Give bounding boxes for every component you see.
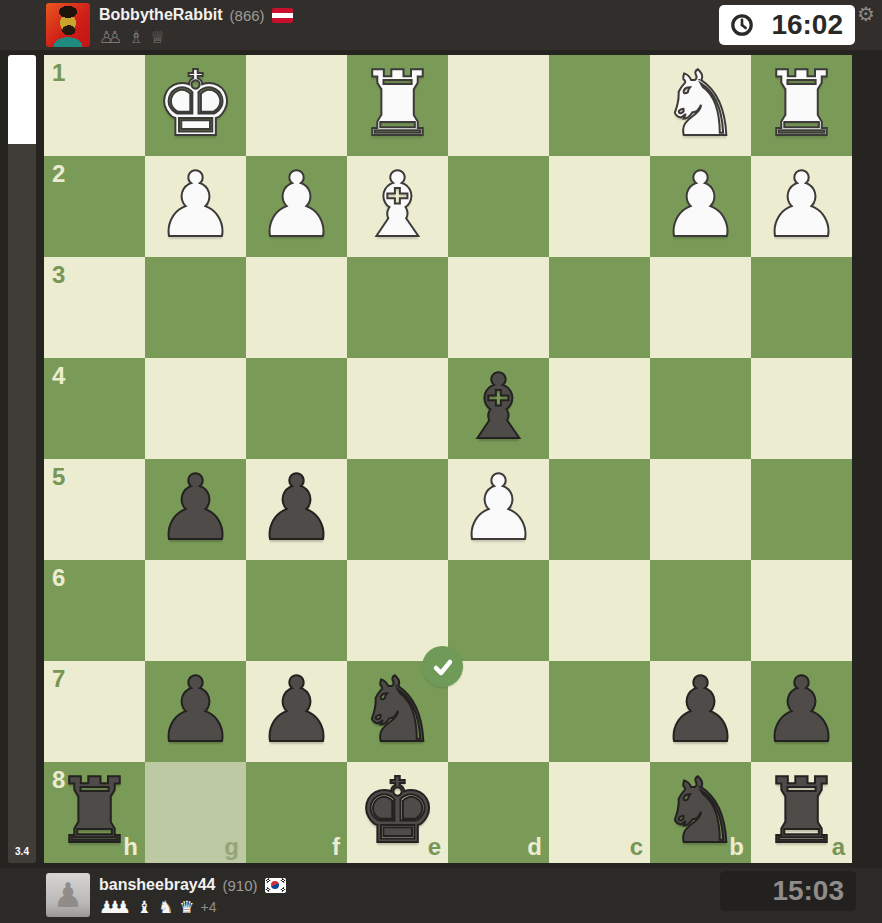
evaluation-bar: 3.4 bbox=[8, 55, 36, 863]
white-pawn[interactable]: ♟ bbox=[448, 459, 549, 560]
square-f6[interactable] bbox=[246, 560, 347, 661]
austria-flag-icon bbox=[272, 8, 293, 23]
white-pawn[interactable]: ♟ bbox=[145, 156, 246, 257]
square-f7[interactable]: ♟ bbox=[246, 661, 347, 762]
square-a1[interactable]: ♜ bbox=[751, 55, 852, 156]
captured-piece-icon: ♕ bbox=[150, 27, 165, 47]
square-g8[interactable]: g bbox=[145, 762, 246, 863]
bottom-player-bar: ♟ bansheebray44 (910) ♟♟♟♝♞♛+4 15:03 bbox=[0, 868, 882, 923]
square-d8[interactable]: d bbox=[448, 762, 549, 863]
rank-label-7: 7 bbox=[52, 667, 65, 691]
square-c7[interactable] bbox=[549, 661, 650, 762]
square-h8[interactable]: 8h♜ bbox=[44, 762, 145, 863]
square-f8[interactable]: f bbox=[246, 762, 347, 863]
top-player-name[interactable]: BobbytheRabbit bbox=[99, 6, 223, 24]
square-b6[interactable] bbox=[650, 560, 751, 661]
square-h4[interactable]: 4 bbox=[44, 358, 145, 459]
square-c4[interactable] bbox=[549, 358, 650, 459]
captured-piece-icon: ♛ bbox=[179, 897, 194, 917]
top-clock-time: 16:02 bbox=[771, 9, 843, 41]
square-a3[interactable] bbox=[751, 257, 852, 358]
white-knight[interactable]: ♞ bbox=[650, 55, 751, 156]
rank-label-5: 5 bbox=[52, 465, 65, 489]
square-h5[interactable]: 5 bbox=[44, 459, 145, 560]
square-g3[interactable] bbox=[145, 257, 246, 358]
chess-board: 1♚♜♞♜2♟♟♝♟♟34♝5♟♟♟67♟♟♞♟♟8h♜gfe♚dcb♞a♜ bbox=[44, 55, 852, 863]
square-b3[interactable] bbox=[650, 257, 751, 358]
square-c3[interactable] bbox=[549, 257, 650, 358]
square-e5[interactable] bbox=[347, 459, 448, 560]
eval-white-portion bbox=[8, 55, 36, 144]
square-h3[interactable]: 3 bbox=[44, 257, 145, 358]
file-label-g: g bbox=[224, 835, 239, 859]
square-a5[interactable] bbox=[751, 459, 852, 560]
square-d1[interactable] bbox=[448, 55, 549, 156]
black-rook[interactable]: ♜ bbox=[751, 762, 852, 863]
square-d6[interactable] bbox=[448, 560, 549, 661]
square-d2[interactable] bbox=[448, 156, 549, 257]
square-e6[interactable] bbox=[347, 560, 448, 661]
black-knight[interactable]: ♞ bbox=[650, 762, 751, 863]
square-c2[interactable] bbox=[549, 156, 650, 257]
board-area: 1♚♜♞♜2♟♟♝♟♟34♝5♟♟♟67♟♟♞♟♟8h♜gfe♚dcb♞a♜ bbox=[44, 55, 852, 863]
square-f5[interactable]: ♟ bbox=[246, 459, 347, 560]
eval-score: 3.4 bbox=[8, 846, 36, 857]
captured-piece-icon: ♙♙ bbox=[99, 27, 122, 47]
bottom-player-clock: 15:03 bbox=[720, 871, 856, 911]
rank-label-3: 3 bbox=[52, 263, 65, 287]
square-b7[interactable]: ♟ bbox=[650, 661, 751, 762]
square-b5[interactable] bbox=[650, 459, 751, 560]
rank-label-6: 6 bbox=[52, 566, 65, 590]
black-king[interactable]: ♚ bbox=[347, 762, 448, 863]
white-rook[interactable]: ♜ bbox=[347, 55, 448, 156]
black-pawn[interactable]: ♟ bbox=[145, 661, 246, 762]
material-advantage: +4 bbox=[200, 899, 216, 915]
white-pawn[interactable]: ♟ bbox=[246, 156, 347, 257]
bottom-player-rating: (910) bbox=[223, 877, 258, 894]
square-h1[interactable]: 1 bbox=[44, 55, 145, 156]
square-a6[interactable] bbox=[751, 560, 852, 661]
top-player-bar: BobbytheRabbit (866) ♙♙♗♕ 16:02 ⚙ bbox=[0, 0, 882, 50]
square-b8[interactable]: b♞ bbox=[650, 762, 751, 863]
square-b2[interactable]: ♟ bbox=[650, 156, 751, 257]
square-g1[interactable]: ♚ bbox=[145, 55, 246, 156]
square-a2[interactable]: ♟ bbox=[751, 156, 852, 257]
black-bishop[interactable]: ♝ bbox=[448, 358, 549, 459]
white-king[interactable]: ♚ bbox=[145, 55, 246, 156]
square-e1[interactable]: ♜ bbox=[347, 55, 448, 156]
captured-piece-icon: ♝ bbox=[137, 897, 152, 917]
white-pawn[interactable]: ♟ bbox=[751, 156, 852, 257]
top-player-captured-pieces: ♙♙♗♕ bbox=[99, 27, 293, 47]
white-pawn[interactable]: ♟ bbox=[650, 156, 751, 257]
square-b4[interactable] bbox=[650, 358, 751, 459]
square-e3[interactable] bbox=[347, 257, 448, 358]
checkmark-icon bbox=[431, 655, 455, 679]
black-pawn[interactable]: ♟ bbox=[246, 661, 347, 762]
captured-piece-icon: ♟♟♟ bbox=[99, 897, 131, 917]
top-player-avatar[interactable] bbox=[46, 3, 90, 47]
square-h2[interactable]: 2 bbox=[44, 156, 145, 257]
square-e2[interactable]: ♝ bbox=[347, 156, 448, 257]
square-h7[interactable]: 7 bbox=[44, 661, 145, 762]
move-confirmed-check-badge bbox=[422, 646, 463, 687]
square-c8[interactable]: c bbox=[549, 762, 650, 863]
square-g2[interactable]: ♟ bbox=[145, 156, 246, 257]
rank-label-2: 2 bbox=[52, 162, 65, 186]
square-d7[interactable] bbox=[448, 661, 549, 762]
square-a7[interactable]: ♟ bbox=[751, 661, 852, 762]
top-player-rating: (866) bbox=[230, 7, 265, 24]
square-a4[interactable] bbox=[751, 358, 852, 459]
black-pawn[interactable]: ♟ bbox=[650, 661, 751, 762]
file-label-d: d bbox=[527, 835, 542, 859]
square-e4[interactable] bbox=[347, 358, 448, 459]
square-a8[interactable]: a♜ bbox=[751, 762, 852, 863]
white-bishop[interactable]: ♝ bbox=[347, 156, 448, 257]
chess-game-screen: BobbytheRabbit (866) ♙♙♗♕ 16:02 ⚙ 3.4 1♚… bbox=[0, 0, 882, 923]
square-g4[interactable] bbox=[145, 358, 246, 459]
clock-icon bbox=[729, 12, 755, 38]
square-g7[interactable]: ♟ bbox=[145, 661, 246, 762]
square-c5[interactable] bbox=[549, 459, 650, 560]
square-c6[interactable] bbox=[549, 560, 650, 661]
south-korea-flag-icon bbox=[265, 878, 286, 893]
white-rook[interactable]: ♜ bbox=[751, 55, 852, 156]
black-pawn[interactable]: ♟ bbox=[751, 661, 852, 762]
bottom-clock-time: 15:03 bbox=[772, 875, 844, 907]
black-rook[interactable]: ♜ bbox=[44, 762, 145, 863]
square-d4[interactable]: ♝ bbox=[448, 358, 549, 459]
bottom-player-captured-pieces: ♟♟♟♝♞♛+4 bbox=[99, 897, 286, 917]
square-h6[interactable]: 6 bbox=[44, 560, 145, 661]
bottom-player-avatar[interactable]: ♟ bbox=[46, 873, 90, 917]
default-pawn-avatar-icon: ♟ bbox=[53, 873, 83, 917]
file-label-f: f bbox=[332, 835, 340, 859]
top-player-clock: 16:02 bbox=[719, 5, 855, 45]
captured-piece-icon: ♗ bbox=[128, 27, 143, 47]
square-e8[interactable]: e♚ bbox=[347, 762, 448, 863]
square-f4[interactable] bbox=[246, 358, 347, 459]
captured-piece-icon: ♞ bbox=[158, 897, 173, 917]
black-pawn[interactable]: ♟ bbox=[246, 459, 347, 560]
rank-label-1: 1 bbox=[52, 61, 65, 85]
square-f2[interactable]: ♟ bbox=[246, 156, 347, 257]
square-f3[interactable] bbox=[246, 257, 347, 358]
settings-gear-icon[interactable]: ⚙ bbox=[854, 2, 878, 26]
black-pawn[interactable]: ♟ bbox=[145, 459, 246, 560]
square-b1[interactable]: ♞ bbox=[650, 55, 751, 156]
file-label-c: c bbox=[630, 835, 643, 859]
square-c1[interactable] bbox=[549, 55, 650, 156]
square-d3[interactable] bbox=[448, 257, 549, 358]
square-d5[interactable]: ♟ bbox=[448, 459, 549, 560]
square-g6[interactable] bbox=[145, 560, 246, 661]
square-f1[interactable] bbox=[246, 55, 347, 156]
square-g5[interactable]: ♟ bbox=[145, 459, 246, 560]
bottom-player-name[interactable]: bansheebray44 bbox=[99, 876, 216, 894]
rank-label-4: 4 bbox=[52, 364, 65, 388]
